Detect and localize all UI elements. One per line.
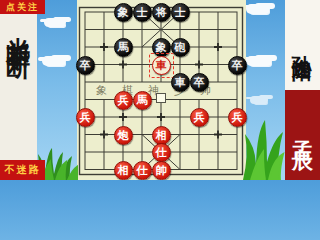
episode-number: 15 [6,42,31,66]
cloud [246,56,272,66]
cloud [44,18,66,27]
dont-get-lost-ribbon: 不迷路 [0,160,45,180]
piece-red-兵[interactable]: 兵 [114,91,133,110]
piece-red-馬[interactable]: 馬 [133,91,152,110]
video-title: 当断不断 [0,17,37,41]
piece-red-車[interactable]: 車 [152,56,171,75]
piece-red-兵[interactable]: 兵 [228,108,247,127]
piece-black-象[interactable]: 象 [152,38,171,57]
piece-red-仕[interactable]: 仕 [133,161,152,180]
title-strip: 当断不断 15 [0,14,37,160]
piece-red-相[interactable]: 相 [152,126,171,145]
player-top-name: 孙逸阳 [289,39,316,51]
last-move-highlight [149,53,174,78]
piece-black-馬[interactable]: 馬 [114,38,133,57]
piece-black-卒[interactable]: 卒 [228,56,247,75]
piece-black-象[interactable]: 象 [114,3,133,22]
cloud [246,4,270,14]
piece-red-兵[interactable]: 兵 [76,108,95,127]
piece-red-兵[interactable]: 兵 [190,108,209,127]
piece-red-仕[interactable]: 仕 [152,143,171,162]
piece-red-炮[interactable]: 炮 [114,126,133,145]
piece-black-将[interactable]: 将 [152,3,171,22]
follow-ribbon: 点关注 [0,0,45,14]
grass-right [243,116,287,180]
piece-red-帥[interactable]: 帥 [152,161,171,180]
player-top-banner: 孙逸阳 [285,0,320,90]
piece-black-卒[interactable]: 卒 [76,56,95,75]
player-bottom-name: 孟辰 [289,123,317,147]
piece-black-士[interactable]: 士 [171,3,190,22]
pieces-grid: 象士将士馬象砲卒車卒車卒兵馬兵兵兵炮相仕相仕帥 [76,3,247,178]
piece-black-士[interactable]: 士 [133,3,152,22]
cloud [250,96,268,104]
cloud [42,56,66,66]
player-bottom-banner: 孟辰 [285,90,320,180]
piece-black-車[interactable]: 車 [171,73,190,92]
piece-black-卒[interactable]: 卒 [190,73,209,92]
piece-black-砲[interactable]: 砲 [171,38,190,57]
piece-red-相[interactable]: 相 [114,161,133,180]
